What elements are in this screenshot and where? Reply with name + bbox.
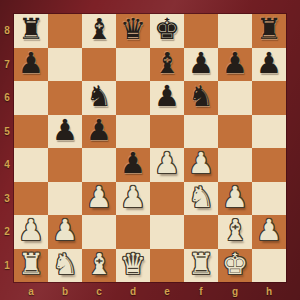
square-d6[interactable] [116,81,150,115]
piece-white-rook[interactable]: ♜ [18,250,44,279]
rank-label: 6 [0,81,14,115]
square-g2[interactable]: ♝ [218,215,252,249]
square-d3[interactable]: ♟ [116,182,150,216]
piece-white-knight[interactable]: ♞ [188,183,214,212]
file-label: a [14,282,48,300]
rank-label: 4 [0,148,14,182]
piece-white-king[interactable]: ♚ [222,250,248,279]
square-c3[interactable]: ♟ [82,182,116,216]
piece-white-pawn[interactable]: ♟ [120,183,146,212]
rank-label: 5 [0,115,14,149]
rank-label: 3 [0,182,14,216]
rank-label: 7 [0,48,14,82]
file-labels: a b c d e f g h [14,282,286,300]
file-label: d [116,282,150,300]
square-e8[interactable]: ♚ [150,14,184,48]
square-e6[interactable]: ♟ [150,81,184,115]
square-b8[interactable] [48,14,82,48]
square-f3[interactable]: ♞ [184,182,218,216]
square-c7[interactable] [82,48,116,82]
square-a3[interactable] [14,182,48,216]
piece-black-rook[interactable]: ♜ [256,15,282,44]
piece-black-king[interactable]: ♚ [154,15,180,44]
square-b1[interactable]: ♞ [48,249,82,283]
piece-black-pawn[interactable]: ♟ [86,116,112,145]
square-g8[interactable] [218,14,252,48]
square-f7[interactable]: ♟ [184,48,218,82]
piece-black-pawn[interactable]: ♟ [120,149,146,178]
square-c8[interactable]: ♝ [82,14,116,48]
square-c4[interactable] [82,148,116,182]
piece-black-knight[interactable]: ♞ [188,82,214,111]
square-a2[interactable]: ♟ [14,215,48,249]
chess-board: ♜♝♛♚♜♟♝♟♟♟♞♟♞♟♟♟♟♟♟♟♞♟♟♟♝♟♜♞♝♛♜♚ [14,14,286,282]
square-d4[interactable]: ♟ [116,148,150,182]
piece-black-pawn[interactable]: ♟ [52,116,78,145]
square-d7[interactable] [116,48,150,82]
square-g3[interactable]: ♟ [218,182,252,216]
piece-black-pawn[interactable]: ♟ [18,49,44,78]
square-h8[interactable]: ♜ [252,14,286,48]
piece-black-rook[interactable]: ♜ [18,15,44,44]
square-h6[interactable] [252,81,286,115]
square-g6[interactable] [218,81,252,115]
piece-white-bishop[interactable]: ♝ [222,216,248,245]
piece-black-pawn[interactable]: ♟ [188,49,214,78]
piece-black-bishop[interactable]: ♝ [86,15,112,44]
square-b2[interactable]: ♟ [48,215,82,249]
piece-white-bishop[interactable]: ♝ [86,250,112,279]
square-g7[interactable]: ♟ [218,48,252,82]
piece-black-pawn[interactable]: ♟ [154,82,180,111]
square-d2[interactable] [116,215,150,249]
square-a5[interactable] [14,115,48,149]
piece-white-pawn[interactable]: ♟ [18,216,44,245]
square-c2[interactable] [82,215,116,249]
rank-label: 1 [0,249,14,283]
file-label: h [252,282,286,300]
piece-white-pawn[interactable]: ♟ [222,183,248,212]
square-e2[interactable] [150,215,184,249]
square-a7[interactable]: ♟ [14,48,48,82]
square-e1[interactable] [150,249,184,283]
rank-label: 8 [0,14,14,48]
piece-black-pawn[interactable]: ♟ [222,49,248,78]
square-e7[interactable]: ♝ [150,48,184,82]
square-f1[interactable]: ♜ [184,249,218,283]
file-label: g [218,282,252,300]
square-h5[interactable] [252,115,286,149]
piece-white-queen[interactable]: ♛ [120,250,146,279]
file-label: f [184,282,218,300]
piece-white-pawn[interactable]: ♟ [52,216,78,245]
square-g1[interactable]: ♚ [218,249,252,283]
square-f4[interactable]: ♟ [184,148,218,182]
square-b7[interactable] [48,48,82,82]
square-e4[interactable]: ♟ [150,148,184,182]
square-b4[interactable] [48,148,82,182]
square-a6[interactable] [14,81,48,115]
square-c6[interactable]: ♞ [82,81,116,115]
piece-white-pawn[interactable]: ♟ [154,149,180,178]
square-d1[interactable]: ♛ [116,249,150,283]
file-label: b [48,282,82,300]
rank-label: 2 [0,215,14,249]
square-h2[interactable]: ♟ [252,215,286,249]
square-g5[interactable] [218,115,252,149]
board-frame: 8 7 6 5 4 3 2 1 ♜♝♛♚♜♟♝♟♟♟♞♟♞♟♟♟♟♟♟♟♞♟♟♟… [0,0,300,300]
piece-white-pawn[interactable]: ♟ [188,149,214,178]
piece-white-rook[interactable]: ♜ [188,250,214,279]
square-f5[interactable] [184,115,218,149]
square-c1[interactable]: ♝ [82,249,116,283]
square-c5[interactable]: ♟ [82,115,116,149]
square-h3[interactable] [252,182,286,216]
square-h7[interactable]: ♟ [252,48,286,82]
square-f8[interactable] [184,14,218,48]
square-b5[interactable]: ♟ [48,115,82,149]
square-b6[interactable] [48,81,82,115]
square-g4[interactable] [218,148,252,182]
square-b3[interactable] [48,182,82,216]
square-f6[interactable]: ♞ [184,81,218,115]
rank-labels: 8 7 6 5 4 3 2 1 [0,14,14,282]
square-d5[interactable] [116,115,150,149]
piece-white-pawn[interactable]: ♟ [256,216,282,245]
piece-black-pawn[interactable]: ♟ [256,49,282,78]
square-h1[interactable] [252,249,286,283]
square-h4[interactable] [252,148,286,182]
square-e3[interactable] [150,182,184,216]
piece-black-queen[interactable]: ♛ [120,15,146,44]
piece-white-knight[interactable]: ♞ [52,250,78,279]
file-label: e [150,282,184,300]
file-label: c [82,282,116,300]
square-a4[interactable] [14,148,48,182]
square-f2[interactable] [184,215,218,249]
piece-black-knight[interactable]: ♞ [86,82,112,111]
piece-black-bishop[interactable]: ♝ [154,49,180,78]
square-a1[interactable]: ♜ [14,249,48,283]
square-d8[interactable]: ♛ [116,14,150,48]
square-a8[interactable]: ♜ [14,14,48,48]
square-e5[interactable] [150,115,184,149]
piece-white-pawn[interactable]: ♟ [86,183,112,212]
